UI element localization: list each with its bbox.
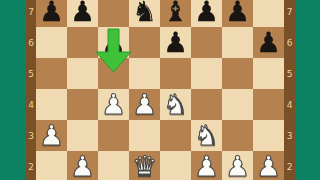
piece-black-pawn-a7[interactable]: ♟	[36, 0, 67, 27]
square-e6[interactable]: ♟	[160, 27, 191, 58]
piece-black-pawn-f7[interactable]: ♟	[191, 0, 222, 27]
square-g6[interactable]	[222, 27, 253, 58]
piece-black-knight-d7[interactable]: ♞	[129, 0, 160, 27]
chess-board: ♟♟♞♝♟♟♟♟♟♟♟♞♟♞♟♛♟♟♟	[36, 0, 284, 180]
square-e7[interactable]: ♝	[160, 0, 191, 27]
piece-white-queen-d2[interactable]: ♛	[129, 151, 160, 180]
square-b7[interactable]: ♟	[67, 0, 98, 27]
square-h7[interactable]	[253, 0, 284, 27]
square-g7[interactable]: ♟	[222, 0, 253, 27]
square-c5[interactable]	[98, 58, 129, 89]
piece-black-pawn-g7[interactable]: ♟	[222, 0, 253, 27]
square-d4[interactable]: ♟	[129, 89, 160, 120]
square-f3[interactable]: ♞	[191, 120, 222, 151]
piece-black-pawn-h6[interactable]: ♟	[253, 27, 284, 58]
square-c4[interactable]: ♟	[98, 89, 129, 120]
square-b2[interactable]: ♟	[67, 151, 98, 180]
square-a2[interactable]	[36, 151, 67, 180]
square-b6[interactable]	[67, 27, 98, 58]
square-b5[interactable]	[67, 58, 98, 89]
square-a5[interactable]	[36, 58, 67, 89]
piece-black-pawn-b7[interactable]: ♟	[67, 0, 98, 27]
rank-label: 3	[284, 130, 295, 142]
rank-label: 2	[284, 161, 295, 173]
piece-white-pawn-b2[interactable]: ♟	[67, 151, 98, 180]
square-h3[interactable]	[253, 120, 284, 151]
square-c2[interactable]	[98, 151, 129, 180]
square-g2[interactable]: ♟	[222, 151, 253, 180]
square-d3[interactable]	[129, 120, 160, 151]
square-h4[interactable]	[253, 89, 284, 120]
piece-black-bishop-e7[interactable]: ♝	[160, 0, 191, 27]
square-d2[interactable]: ♛	[129, 151, 160, 180]
square-h2[interactable]: ♟	[253, 151, 284, 180]
square-c3[interactable]	[98, 120, 129, 151]
rank-labels-left: 7 6 5 4 3 2	[26, 0, 36, 180]
square-e5[interactable]	[160, 58, 191, 89]
square-e4[interactable]: ♞	[160, 89, 191, 120]
rank-label: 7	[284, 6, 295, 18]
piece-white-knight-f3[interactable]: ♞	[191, 120, 222, 151]
piece-white-pawn-h2[interactable]: ♟	[253, 151, 284, 180]
square-g4[interactable]	[222, 89, 253, 120]
square-e3[interactable]	[160, 120, 191, 151]
chess-app-canvas: ♟♟♞♝♟♟♟♟♟♟♟♞♟♞♟♛♟♟♟ 7 6 5 4 3 2 7 6 5 4 …	[0, 0, 320, 180]
piece-white-pawn-a3[interactable]: ♟	[36, 120, 67, 151]
rank-label: 2	[26, 161, 36, 173]
square-f2[interactable]: ♟	[191, 151, 222, 180]
square-h5[interactable]	[253, 58, 284, 89]
square-d6[interactable]	[129, 27, 160, 58]
square-f7[interactable]: ♟	[191, 0, 222, 27]
rank-label: 6	[26, 37, 36, 49]
rank-label: 7	[26, 6, 36, 18]
square-b3[interactable]	[67, 120, 98, 151]
square-f5[interactable]	[191, 58, 222, 89]
rank-label: 4	[284, 99, 295, 111]
rank-label: 5	[284, 68, 295, 80]
square-f4[interactable]	[191, 89, 222, 120]
piece-black-pawn-e6[interactable]: ♟	[160, 27, 191, 58]
rank-label: 3	[26, 130, 36, 142]
piece-white-pawn-d4[interactable]: ♟	[129, 89, 160, 120]
square-a4[interactable]	[36, 89, 67, 120]
square-g5[interactable]	[222, 58, 253, 89]
square-c7[interactable]	[98, 0, 129, 27]
rank-labels-right: 7 6 5 4 3 2	[284, 0, 295, 180]
piece-white-pawn-g2[interactable]: ♟	[222, 151, 253, 180]
piece-black-pawn-c6[interactable]: ♟	[98, 27, 129, 58]
piece-white-knight-e4[interactable]: ♞	[160, 89, 191, 120]
square-a6[interactable]	[36, 27, 67, 58]
square-d5[interactable]	[129, 58, 160, 89]
rank-label: 6	[284, 37, 295, 49]
square-e2[interactable]	[160, 151, 191, 180]
piece-white-pawn-f2[interactable]: ♟	[191, 151, 222, 180]
rank-label: 5	[26, 68, 36, 80]
rank-label: 4	[26, 99, 36, 111]
square-b4[interactable]	[67, 89, 98, 120]
square-c6[interactable]: ♟	[98, 27, 129, 58]
piece-white-pawn-c4[interactable]: ♟	[98, 89, 129, 120]
square-a3[interactable]: ♟	[36, 120, 67, 151]
square-f6[interactable]	[191, 27, 222, 58]
square-d7[interactable]: ♞	[129, 0, 160, 27]
square-a7[interactable]: ♟	[36, 0, 67, 27]
square-g3[interactable]	[222, 120, 253, 151]
square-h6[interactable]: ♟	[253, 27, 284, 58]
